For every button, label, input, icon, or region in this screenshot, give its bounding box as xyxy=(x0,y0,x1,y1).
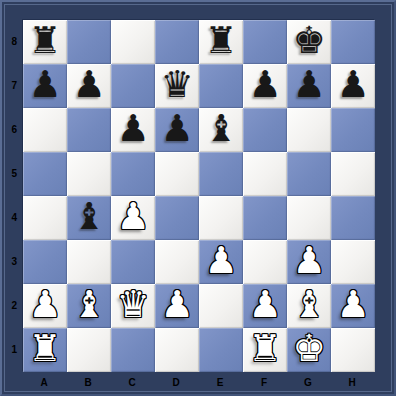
piece-black-bishop[interactable]: ♝ xyxy=(204,107,237,151)
square-h6[interactable] xyxy=(331,108,375,152)
rank-label-2: 2 xyxy=(0,283,22,327)
square-h7[interactable]: ♟ xyxy=(331,64,375,108)
square-f8[interactable] xyxy=(243,20,287,64)
piece-black-king[interactable]: ♚ xyxy=(292,19,325,63)
square-d7[interactable]: ♛ xyxy=(155,64,199,108)
file-label-a: A xyxy=(22,371,66,394)
file-label-b: B xyxy=(66,371,110,394)
file-labels: ABCDEFGH xyxy=(22,371,374,394)
square-b5[interactable] xyxy=(67,152,111,196)
file-label-c: C xyxy=(110,371,154,394)
square-g1[interactable]: ♚ xyxy=(287,328,331,372)
square-g6[interactable] xyxy=(287,108,331,152)
square-h2[interactable]: ♟ xyxy=(331,284,375,328)
square-a1[interactable]: ♜ xyxy=(23,328,67,372)
piece-white-rook[interactable]: ♜ xyxy=(28,327,61,371)
rank-label-3: 3 xyxy=(0,239,22,283)
square-a4[interactable] xyxy=(23,196,67,240)
square-c5[interactable] xyxy=(111,152,155,196)
square-h1[interactable] xyxy=(331,328,375,372)
piece-black-pawn[interactable]: ♟ xyxy=(72,63,105,107)
square-d3[interactable] xyxy=(155,240,199,284)
square-f7[interactable]: ♟ xyxy=(243,64,287,108)
square-f2[interactable]: ♟ xyxy=(243,284,287,328)
square-a6[interactable] xyxy=(23,108,67,152)
piece-black-rook[interactable]: ♜ xyxy=(28,19,61,63)
square-c1[interactable] xyxy=(111,328,155,372)
square-a3[interactable] xyxy=(23,240,67,284)
piece-white-pawn[interactable]: ♟ xyxy=(292,239,325,283)
square-h4[interactable] xyxy=(331,196,375,240)
square-f4[interactable] xyxy=(243,196,287,240)
piece-black-queen[interactable]: ♛ xyxy=(160,63,193,107)
rank-label-4: 4 xyxy=(0,195,22,239)
square-e4[interactable] xyxy=(199,196,243,240)
square-f6[interactable] xyxy=(243,108,287,152)
rank-label-6: 6 xyxy=(0,107,22,151)
square-g2[interactable]: ♝ xyxy=(287,284,331,328)
piece-black-pawn[interactable]: ♟ xyxy=(116,107,149,151)
square-b2[interactable]: ♝ xyxy=(67,284,111,328)
square-h3[interactable] xyxy=(331,240,375,284)
file-label-f: F xyxy=(242,371,286,394)
square-e8[interactable]: ♜ xyxy=(199,20,243,64)
piece-white-pawn[interactable]: ♟ xyxy=(116,195,149,239)
piece-white-king[interactable]: ♚ xyxy=(292,327,325,371)
rank-label-8: 8 xyxy=(0,19,22,63)
square-f3[interactable] xyxy=(243,240,287,284)
square-e5[interactable] xyxy=(199,152,243,196)
piece-white-rook[interactable]: ♜ xyxy=(248,327,281,371)
chess-board: ♜♜♚♟♟♛♟♟♟♟♟♝♝♟♟♟♟♝♛♟♟♝♟♜♜♚ xyxy=(22,19,374,371)
piece-black-pawn[interactable]: ♟ xyxy=(160,107,193,151)
square-g7[interactable]: ♟ xyxy=(287,64,331,108)
rank-labels: 87654321 xyxy=(0,19,22,371)
piece-white-pawn[interactable]: ♟ xyxy=(28,283,61,327)
square-b3[interactable] xyxy=(67,240,111,284)
square-c7[interactable] xyxy=(111,64,155,108)
square-b7[interactable]: ♟ xyxy=(67,64,111,108)
square-a2[interactable]: ♟ xyxy=(23,284,67,328)
square-f5[interactable] xyxy=(243,152,287,196)
square-d2[interactable]: ♟ xyxy=(155,284,199,328)
square-b1[interactable] xyxy=(67,328,111,372)
rank-label-1: 1 xyxy=(0,327,22,371)
square-e7[interactable] xyxy=(199,64,243,108)
piece-black-pawn[interactable]: ♟ xyxy=(292,63,325,107)
piece-white-pawn[interactable]: ♟ xyxy=(336,283,369,327)
square-g5[interactable] xyxy=(287,152,331,196)
file-label-e: E xyxy=(198,371,242,394)
square-d1[interactable] xyxy=(155,328,199,372)
rank-label-5: 5 xyxy=(0,151,22,195)
square-b4[interactable]: ♝ xyxy=(67,196,111,240)
square-c3[interactable] xyxy=(111,240,155,284)
square-b6[interactable] xyxy=(67,108,111,152)
square-c2[interactable]: ♛ xyxy=(111,284,155,328)
piece-black-bishop[interactable]: ♝ xyxy=(72,195,105,239)
square-e3[interactable]: ♟ xyxy=(199,240,243,284)
rank-label-7: 7 xyxy=(0,63,22,107)
square-f1[interactable]: ♜ xyxy=(243,328,287,372)
piece-white-pawn[interactable]: ♟ xyxy=(248,283,281,327)
piece-black-rook[interactable]: ♜ xyxy=(204,19,237,63)
square-a8[interactable]: ♜ xyxy=(23,20,67,64)
square-a7[interactable]: ♟ xyxy=(23,64,67,108)
piece-white-bishop[interactable]: ♝ xyxy=(72,283,105,327)
square-g3[interactable]: ♟ xyxy=(287,240,331,284)
piece-white-pawn[interactable]: ♟ xyxy=(160,283,193,327)
square-g4[interactable] xyxy=(287,196,331,240)
square-d6[interactable]: ♟ xyxy=(155,108,199,152)
square-d5[interactable] xyxy=(155,152,199,196)
square-c8[interactable] xyxy=(111,20,155,64)
square-e2[interactable] xyxy=(199,284,243,328)
square-d4[interactable] xyxy=(155,196,199,240)
piece-white-pawn[interactable]: ♟ xyxy=(204,239,237,283)
square-c4[interactable]: ♟ xyxy=(111,196,155,240)
piece-white-bishop[interactable]: ♝ xyxy=(292,283,325,327)
square-e1[interactable] xyxy=(199,328,243,372)
square-h5[interactable] xyxy=(331,152,375,196)
file-label-d: D xyxy=(154,371,198,394)
square-e6[interactable]: ♝ xyxy=(199,108,243,152)
square-c6[interactable]: ♟ xyxy=(111,108,155,152)
square-a5[interactable] xyxy=(23,152,67,196)
piece-black-pawn[interactable]: ♟ xyxy=(28,63,61,107)
square-h8[interactable] xyxy=(331,20,375,64)
square-g8[interactable]: ♚ xyxy=(287,20,331,64)
chess-board-frame: 87654321 ABCDEFGH ♜♜♚♟♟♛♟♟♟♟♟♝♝♟♟♟♟♝♛♟♟♝… xyxy=(0,0,396,396)
piece-black-pawn[interactable]: ♟ xyxy=(336,63,369,107)
piece-black-pawn[interactable]: ♟ xyxy=(248,63,281,107)
piece-white-queen[interactable]: ♛ xyxy=(116,283,149,327)
square-b8[interactable] xyxy=(67,20,111,64)
file-label-h: H xyxy=(330,371,374,394)
file-label-g: G xyxy=(286,371,330,394)
square-d8[interactable] xyxy=(155,20,199,64)
